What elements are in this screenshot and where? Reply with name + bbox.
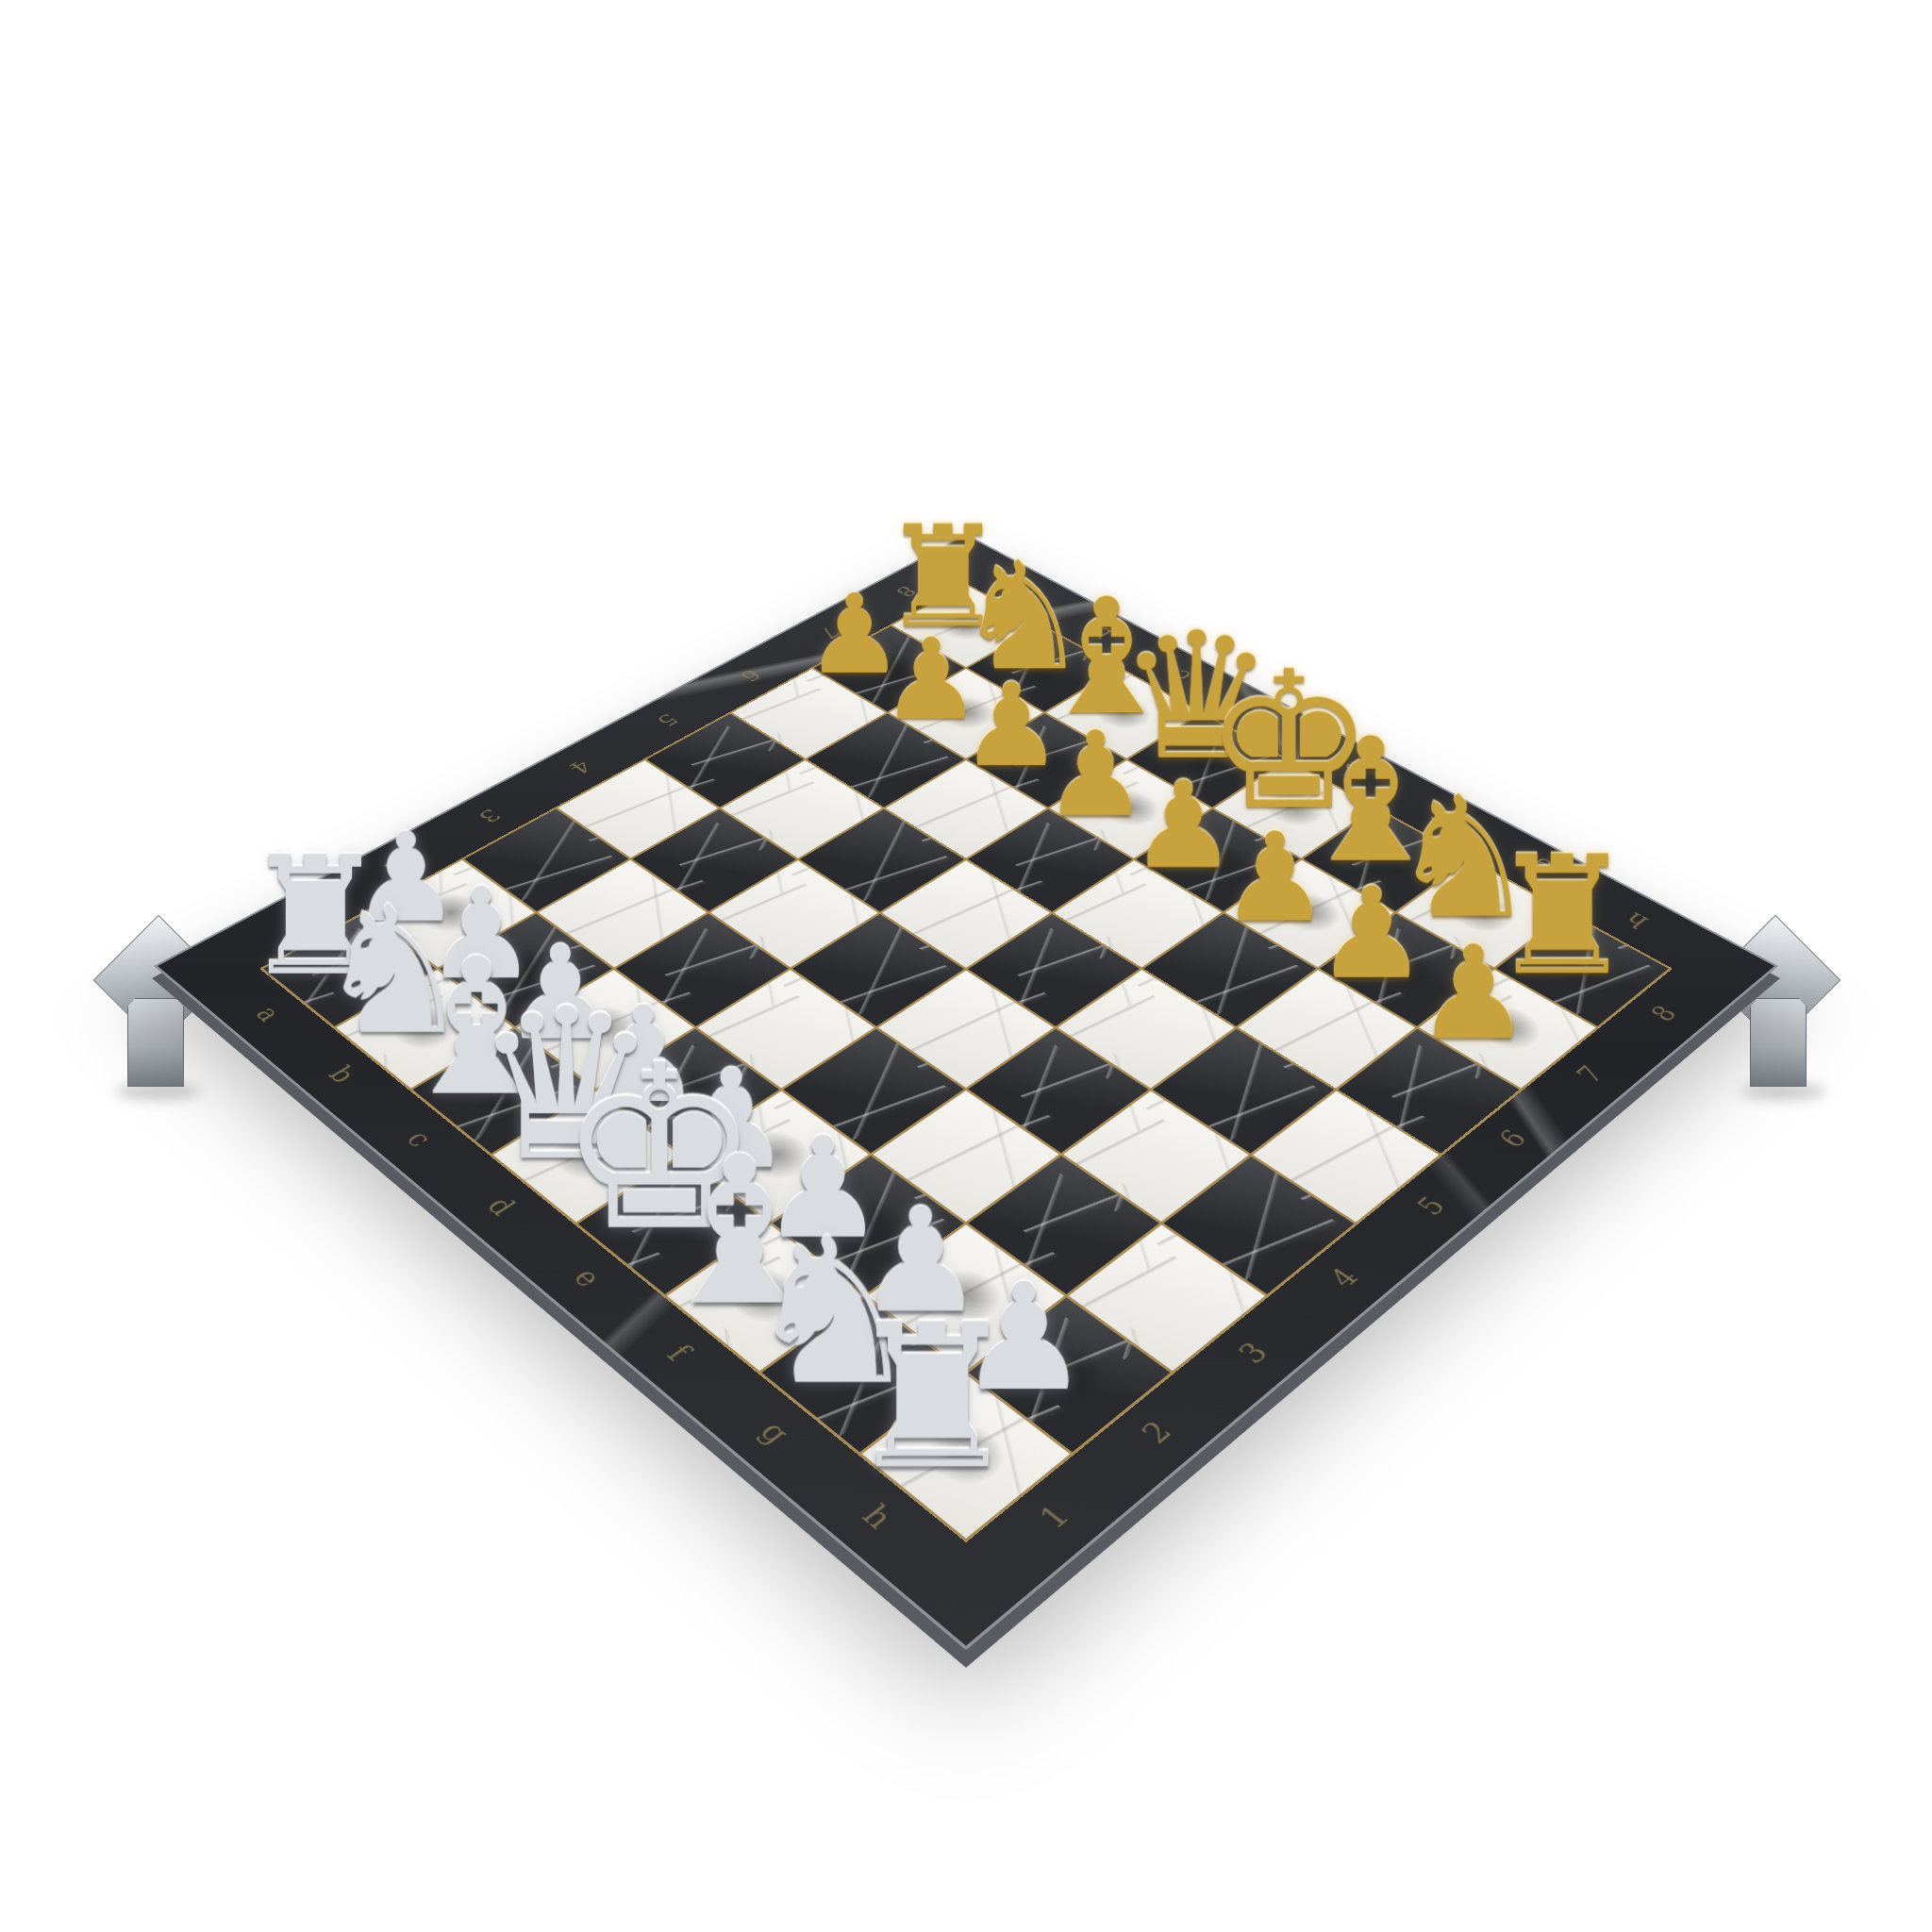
rank-label-left-5: 5: [643, 707, 691, 735]
rank-label-right-3: 3: [1222, 1329, 1284, 1376]
rank-label-right-2: 2: [1124, 1407, 1189, 1457]
rank-label-left-3: 3: [465, 801, 515, 831]
rank-label-right-5: 5: [1401, 1185, 1459, 1227]
piece-white-rook-h1[interactable]: ♜: [844, 1303, 993, 1491]
file-label-front-d: d: [473, 1185, 531, 1227]
piece-black-pawn-h7[interactable]: ♟: [1410, 932, 1537, 1055]
rank-label-right-1: 1: [1022, 1490, 1088, 1542]
file-label-front-b: b: [314, 1056, 370, 1093]
rank-label-right-8: 8: [1637, 995, 1691, 1031]
rank-label-left-6: 6: [726, 662, 774, 689]
board-grid: ♜♞♝♛♚♝♞♜♟♟♟♟♟♟♟♟♟♟♟♟♟♟♟♟♜♞♝♛♚♝♞♜: [259, 583, 1673, 1542]
rank-label-right-7: 7: [1562, 1056, 1618, 1093]
chess-board: ♜♞♝♛♚♝♞♜♟♟♟♟♟♟♟♟♟♟♟♟♟♟♟♟♜♞♝♛♚♝♞♜ aa11bb2…: [154, 534, 1779, 1650]
rank-label-left-4: 4: [556, 753, 605, 782]
file-label-front-e: e: [558, 1255, 618, 1299]
file-label-front-c: c: [391, 1119, 449, 1159]
rank-label-right-6: 6: [1484, 1119, 1541, 1159]
file-label-front-h: h: [845, 1490, 911, 1542]
file-label-front-a: a: [241, 995, 296, 1031]
rank-label-right-4: 4: [1314, 1255, 1374, 1299]
file-label-front-f: f: [648, 1329, 710, 1376]
chess-set-photo-scene: ♜♞♝♛♚♝♞♜♟♟♟♟♟♟♟♟♟♟♟♟♟♟♟♟♜♞♝♛♚♝♞♜ aa11bb2…: [0, 0, 1932, 1932]
file-label-front-g: g: [743, 1407, 808, 1457]
